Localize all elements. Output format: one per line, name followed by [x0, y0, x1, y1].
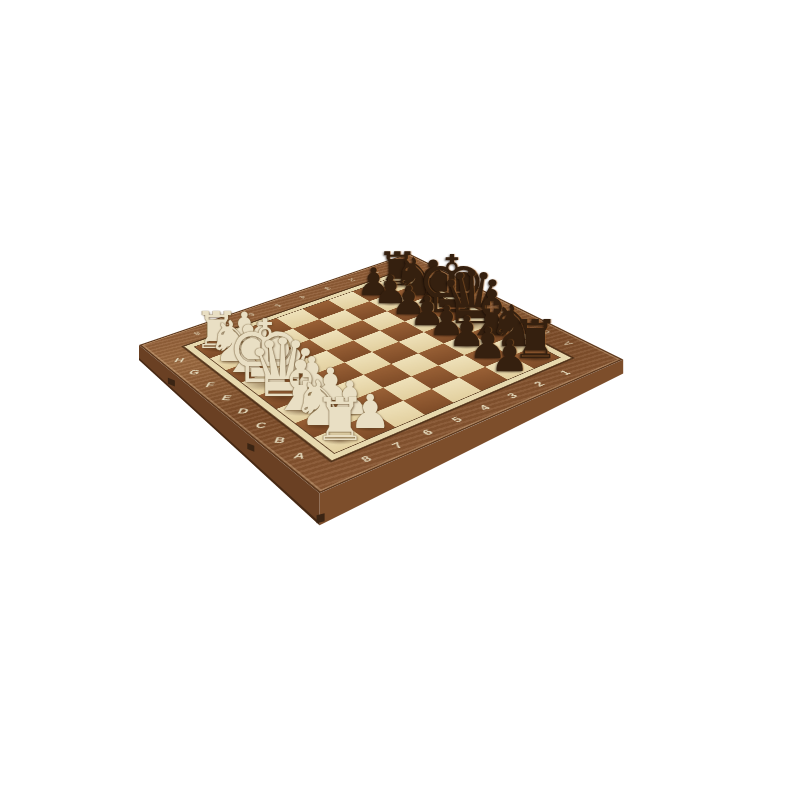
- rank-label-3: 3: [496, 387, 530, 404]
- piece-white-rook-a8: ♜: [313, 391, 366, 450]
- product-photo: AABBCCDDEEFFGGHH1122334455667788 ♜♟♞♟♝♟♚…: [0, 0, 800, 800]
- rank-label-5: 5: [440, 411, 475, 429]
- file-label-h: H: [166, 355, 194, 366]
- file-label-b: B: [265, 433, 295, 447]
- rank-label-6: 6: [410, 423, 445, 442]
- piece-black-pawn-a2: ♟: [490, 333, 529, 377]
- rank-label-4: 4: [468, 399, 502, 417]
- file-label-a: A: [284, 448, 314, 463]
- file-label-g: G: [180, 367, 208, 379]
